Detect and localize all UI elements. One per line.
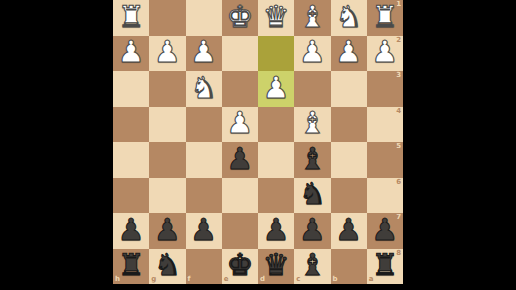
square-g6[interactable] — [149, 178, 185, 214]
square-b6[interactable] — [331, 178, 367, 214]
piece-white-king[interactable]: ♚ — [226, 2, 253, 32]
square-f1[interactable] — [186, 0, 222, 36]
letterbox-left — [0, 0, 113, 290]
piece-white-rook[interactable]: ♜ — [118, 2, 145, 32]
square-d6[interactable] — [258, 178, 294, 214]
piece-white-pawn[interactable]: ♟ — [226, 108, 253, 138]
square-c4[interactable]: ♝ — [294, 107, 330, 143]
square-f8[interactable]: f — [186, 249, 222, 285]
rank-label-4: 4 — [396, 108, 401, 115]
piece-black-bishop[interactable]: ♝ — [299, 250, 326, 280]
piece-white-knight[interactable]: ♞ — [335, 2, 362, 32]
square-a8[interactable]: ♜a8 — [367, 249, 403, 285]
square-e1[interactable]: ♚ — [222, 0, 258, 36]
piece-black-bishop[interactable]: ♝ — [299, 144, 326, 174]
piece-black-pawn[interactable]: ♟ — [335, 215, 362, 245]
square-e2[interactable] — [222, 36, 258, 72]
piece-white-pawn[interactable]: ♟ — [299, 37, 326, 67]
square-d2[interactable] — [258, 36, 294, 72]
piece-white-pawn[interactable]: ♟ — [335, 37, 362, 67]
square-f5[interactable] — [186, 142, 222, 178]
square-d8[interactable]: ♛d — [258, 249, 294, 285]
square-f3[interactable]: ♞ — [186, 71, 222, 107]
square-a3[interactable]: 3 — [367, 71, 403, 107]
square-e6[interactable] — [222, 178, 258, 214]
square-h5[interactable] — [113, 142, 149, 178]
square-e5[interactable]: ♟ — [222, 142, 258, 178]
square-e8[interactable]: ♚e — [222, 249, 258, 285]
video-frame: ♜♚♛♝♞♜1♟♟♟♟♟♟2♞♟3♟♝4♟♝5♞6♟♟♟♟♟♟♟7♜h♞gf♚e… — [0, 0, 516, 290]
square-c1[interactable]: ♝ — [294, 0, 330, 36]
piece-white-pawn[interactable]: ♟ — [190, 37, 217, 67]
square-b7[interactable]: ♟ — [331, 213, 367, 249]
piece-white-rook[interactable]: ♜ — [371, 2, 398, 32]
square-c6[interactable]: ♞ — [294, 178, 330, 214]
piece-black-pawn[interactable]: ♟ — [299, 215, 326, 245]
square-e7[interactable] — [222, 213, 258, 249]
square-d1[interactable]: ♛ — [258, 0, 294, 36]
letterbox-right — [403, 0, 516, 290]
piece-black-rook[interactable]: ♜ — [371, 250, 398, 280]
piece-black-queen[interactable]: ♛ — [263, 250, 290, 280]
file-label-f: f — [188, 276, 191, 283]
square-a2[interactable]: ♟2 — [367, 36, 403, 72]
piece-black-pawn[interactable]: ♟ — [118, 215, 145, 245]
square-f6[interactable] — [186, 178, 222, 214]
square-b5[interactable] — [331, 142, 367, 178]
square-a6[interactable]: 6 — [367, 178, 403, 214]
square-h1[interactable]: ♜ — [113, 0, 149, 36]
square-h2[interactable]: ♟ — [113, 36, 149, 72]
piece-black-pawn[interactable]: ♟ — [154, 215, 181, 245]
square-h4[interactable] — [113, 107, 149, 143]
rank-label-5: 5 — [396, 143, 401, 150]
square-g4[interactable] — [149, 107, 185, 143]
square-a1[interactable]: ♜1 — [367, 0, 403, 36]
piece-white-pawn[interactable]: ♟ — [263, 73, 290, 103]
square-g8[interactable]: ♞g — [149, 249, 185, 285]
square-b1[interactable]: ♞ — [331, 0, 367, 36]
piece-white-pawn[interactable]: ♟ — [118, 37, 145, 67]
square-f7[interactable]: ♟ — [186, 213, 222, 249]
square-c5[interactable]: ♝ — [294, 142, 330, 178]
square-e4[interactable]: ♟ — [222, 107, 258, 143]
square-e3[interactable] — [222, 71, 258, 107]
square-b3[interactable] — [331, 71, 367, 107]
square-c3[interactable] — [294, 71, 330, 107]
piece-white-pawn[interactable]: ♟ — [371, 37, 398, 67]
square-g5[interactable] — [149, 142, 185, 178]
square-c7[interactable]: ♟ — [294, 213, 330, 249]
piece-black-knight[interactable]: ♞ — [154, 250, 181, 280]
piece-black-knight[interactable]: ♞ — [299, 179, 326, 209]
square-b2[interactable]: ♟ — [331, 36, 367, 72]
piece-black-pawn[interactable]: ♟ — [226, 144, 253, 174]
square-b8[interactable]: b — [331, 249, 367, 285]
square-b4[interactable] — [331, 107, 367, 143]
square-d7[interactable]: ♟ — [258, 213, 294, 249]
square-g7[interactable]: ♟ — [149, 213, 185, 249]
piece-black-rook[interactable]: ♜ — [118, 250, 145, 280]
square-h7[interactable]: ♟ — [113, 213, 149, 249]
piece-white-bishop[interactable]: ♝ — [299, 2, 326, 32]
piece-white-knight[interactable]: ♞ — [190, 73, 217, 103]
piece-black-pawn[interactable]: ♟ — [190, 215, 217, 245]
square-d4[interactable] — [258, 107, 294, 143]
square-a4[interactable]: 4 — [367, 107, 403, 143]
piece-black-pawn[interactable]: ♟ — [371, 215, 398, 245]
piece-black-pawn[interactable]: ♟ — [263, 215, 290, 245]
file-label-b: b — [333, 276, 338, 283]
square-g1[interactable] — [149, 0, 185, 36]
square-a7[interactable]: ♟7 — [367, 213, 403, 249]
rank-label-3: 3 — [396, 72, 401, 79]
square-f2[interactable]: ♟ — [186, 36, 222, 72]
square-h8[interactable]: ♜h — [113, 249, 149, 285]
square-d5[interactable] — [258, 142, 294, 178]
square-f4[interactable] — [186, 107, 222, 143]
square-g3[interactable] — [149, 71, 185, 107]
square-g2[interactable]: ♟ — [149, 36, 185, 72]
piece-white-bishop[interactable]: ♝ — [299, 108, 326, 138]
piece-white-queen[interactable]: ♛ — [263, 2, 290, 32]
rank-label-6: 6 — [396, 179, 401, 186]
square-h3[interactable] — [113, 71, 149, 107]
square-c2[interactable]: ♟ — [294, 36, 330, 72]
piece-black-king[interactable]: ♚ — [226, 250, 253, 280]
piece-white-pawn[interactable]: ♟ — [154, 37, 181, 67]
chess-board: ♜♚♛♝♞♜1♟♟♟♟♟♟2♞♟3♟♝4♟♝5♞6♟♟♟♟♟♟♟7♜h♞gf♚e… — [113, 0, 403, 284]
square-a5[interactable]: 5 — [367, 142, 403, 178]
square-h6[interactable] — [113, 178, 149, 214]
square-d3[interactable]: ♟ — [258, 71, 294, 107]
square-c8[interactable]: ♝c — [294, 249, 330, 285]
